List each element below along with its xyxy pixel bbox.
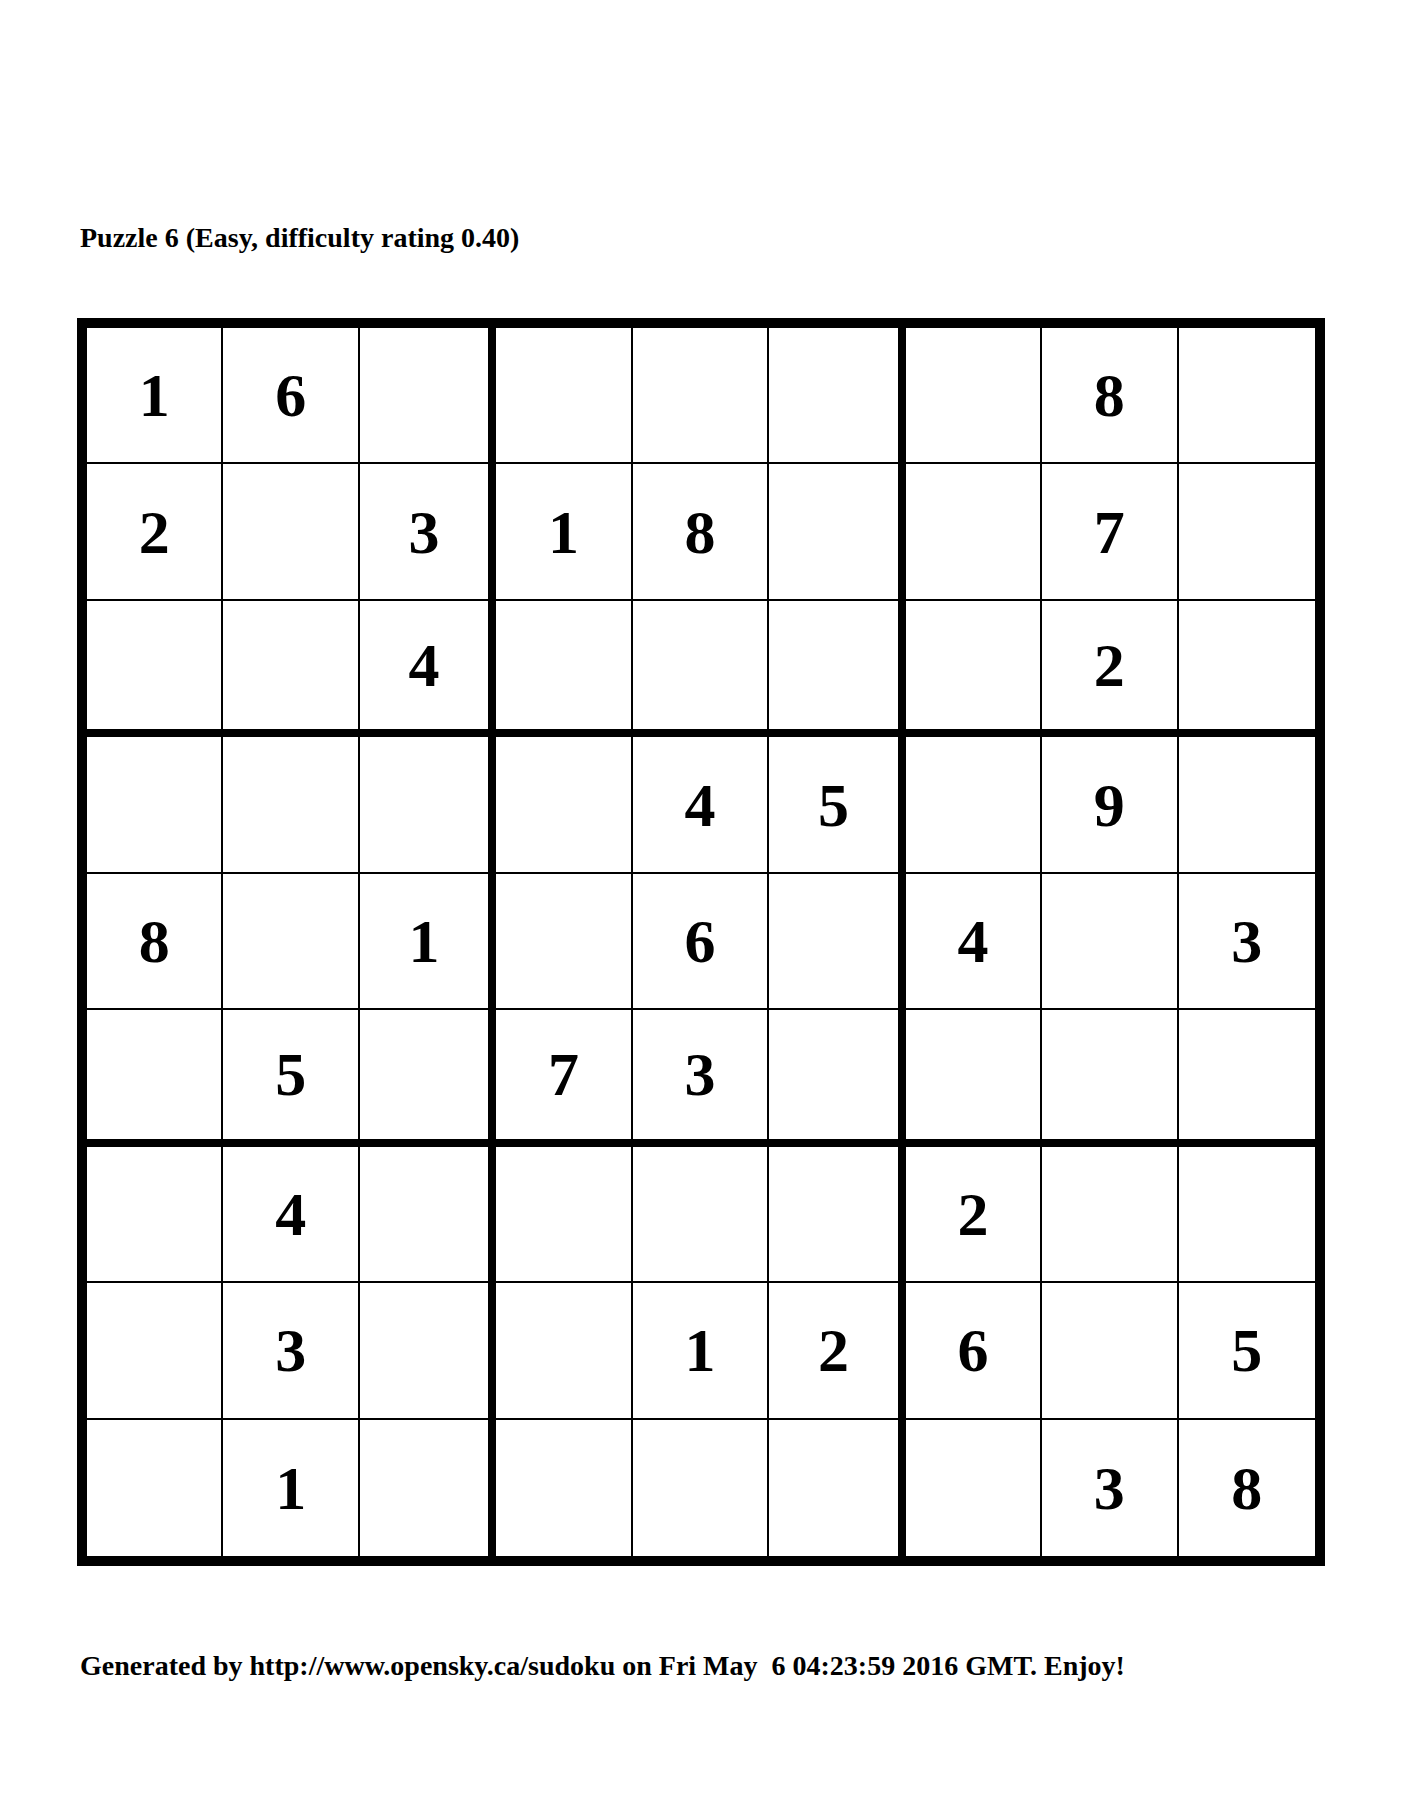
cell-r4c8: 9: [1042, 737, 1178, 873]
cell-r3c8: 2: [1042, 601, 1178, 737]
cell-r6c2: 5: [223, 1010, 359, 1146]
cell-r7c9: [1179, 1147, 1315, 1283]
cell-r4c2: [223, 737, 359, 873]
cell-r8c9: 5: [1179, 1283, 1315, 1419]
cell-r3c4: [496, 601, 632, 737]
cell-r7c7: 2: [906, 1147, 1042, 1283]
cell-r9c6: [769, 1420, 905, 1556]
cell-r1c8: 8: [1042, 328, 1178, 464]
cell-r5c9: 3: [1179, 874, 1315, 1010]
cell-r1c9: [1179, 328, 1315, 464]
cell-r8c6: 2: [769, 1283, 905, 1419]
cell-r3c6: [769, 601, 905, 737]
cell-r6c9: [1179, 1010, 1315, 1146]
cell-r8c3: [360, 1283, 496, 1419]
cell-r7c1: [87, 1147, 223, 1283]
cell-r6c4: 7: [496, 1010, 632, 1146]
cell-r9c1: [87, 1420, 223, 1556]
cell-r5c6: [769, 874, 905, 1010]
cell-r7c2: 4: [223, 1147, 359, 1283]
cell-r8c7: 6: [906, 1283, 1042, 1419]
cell-r5c7: 4: [906, 874, 1042, 1010]
cell-r5c2: [223, 874, 359, 1010]
cell-r9c7: [906, 1420, 1042, 1556]
cell-r4c5: 4: [633, 737, 769, 873]
cell-r4c9: [1179, 737, 1315, 873]
cell-r3c1: [87, 601, 223, 737]
cell-r4c1: [87, 737, 223, 873]
cell-r1c3: [360, 328, 496, 464]
cell-r7c5: [633, 1147, 769, 1283]
cell-r6c8: [1042, 1010, 1178, 1146]
cell-r1c6: [769, 328, 905, 464]
cell-r3c9: [1179, 601, 1315, 737]
sudoku-board: 1682318742459816435734231265138: [77, 318, 1325, 1566]
cell-r7c8: [1042, 1147, 1178, 1283]
cell-r4c3: [360, 737, 496, 873]
cell-r3c2: [223, 601, 359, 737]
footer-credit: Generated by http://www.opensky.ca/sudok…: [80, 1650, 1125, 1682]
cell-r6c5: 3: [633, 1010, 769, 1146]
cell-r9c9: 8: [1179, 1420, 1315, 1556]
cell-r2c4: 1: [496, 464, 632, 600]
cell-r1c5: [633, 328, 769, 464]
cell-r8c2: 3: [223, 1283, 359, 1419]
cell-r3c5: [633, 601, 769, 737]
cell-r2c8: 7: [1042, 464, 1178, 600]
cell-r2c5: 8: [633, 464, 769, 600]
cell-r2c2: [223, 464, 359, 600]
cell-r7c6: [769, 1147, 905, 1283]
cell-r9c5: [633, 1420, 769, 1556]
cell-r1c4: [496, 328, 632, 464]
cell-r8c1: [87, 1283, 223, 1419]
cell-r9c2: 1: [223, 1420, 359, 1556]
cell-r6c7: [906, 1010, 1042, 1146]
cell-r8c5: 1: [633, 1283, 769, 1419]
cell-r1c1: 1: [87, 328, 223, 464]
cell-r4c6: 5: [769, 737, 905, 873]
cell-r7c4: [496, 1147, 632, 1283]
cell-r2c7: [906, 464, 1042, 600]
cell-r1c2: 6: [223, 328, 359, 464]
cell-r5c3: 1: [360, 874, 496, 1010]
cell-r2c3: 3: [360, 464, 496, 600]
cell-r6c1: [87, 1010, 223, 1146]
cell-r8c4: [496, 1283, 632, 1419]
cell-r6c6: [769, 1010, 905, 1146]
cell-r9c4: [496, 1420, 632, 1556]
cell-r5c8: [1042, 874, 1178, 1010]
cell-r9c8: 3: [1042, 1420, 1178, 1556]
cell-r3c3: 4: [360, 601, 496, 737]
puzzle-title: Puzzle 6 (Easy, difficulty rating 0.40): [80, 222, 519, 254]
cell-r1c7: [906, 328, 1042, 464]
cell-r5c4: [496, 874, 632, 1010]
cell-r4c7: [906, 737, 1042, 873]
cell-r6c3: [360, 1010, 496, 1146]
cell-r2c9: [1179, 464, 1315, 600]
page: Puzzle 6 (Easy, difficulty rating 0.40) …: [0, 0, 1406, 1819]
cell-r8c8: [1042, 1283, 1178, 1419]
cell-r7c3: [360, 1147, 496, 1283]
cell-r5c1: 8: [87, 874, 223, 1010]
cell-r9c3: [360, 1420, 496, 1556]
cell-r4c4: [496, 737, 632, 873]
cell-r2c6: [769, 464, 905, 600]
cell-r5c5: 6: [633, 874, 769, 1010]
cell-r2c1: 2: [87, 464, 223, 600]
cell-r3c7: [906, 601, 1042, 737]
